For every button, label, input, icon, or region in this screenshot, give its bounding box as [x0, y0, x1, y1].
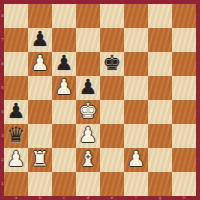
square-b5[interactable] — [28, 76, 52, 100]
square-f8[interactable] — [124, 4, 148, 28]
square-e4[interactable] — [100, 100, 124, 124]
square-d5[interactable]: ♟ — [76, 76, 100, 100]
square-h4[interactable] — [172, 100, 196, 124]
black-king: ♚ — [100, 52, 124, 76]
square-c3[interactable] — [52, 124, 76, 148]
square-g7[interactable] — [148, 28, 172, 52]
square-c5[interactable]: ♟ — [52, 76, 76, 100]
square-f5[interactable] — [124, 76, 148, 100]
square-d7[interactable] — [76, 28, 100, 52]
black-pawn: ♟ — [76, 76, 100, 100]
square-d4[interactable]: ♚ — [76, 100, 100, 124]
square-g3[interactable] — [148, 124, 172, 148]
square-e2[interactable] — [100, 148, 124, 172]
square-a8[interactable] — [4, 4, 28, 28]
square-b8[interactable] — [28, 4, 52, 28]
white-pawn: ♟ — [124, 148, 148, 172]
square-d3[interactable]: ♟ — [76, 124, 100, 148]
square-h3[interactable] — [172, 124, 196, 148]
square-d6[interactable] — [76, 52, 100, 76]
square-a3[interactable]: ♛ — [4, 124, 28, 148]
square-h2[interactable] — [172, 148, 196, 172]
square-h5[interactable] — [172, 76, 196, 100]
square-d1[interactable] — [76, 172, 100, 196]
square-h7[interactable] — [172, 28, 196, 52]
square-c1[interactable] — [52, 172, 76, 196]
square-f3[interactable] — [124, 124, 148, 148]
square-c6[interactable]: ♟ — [52, 52, 76, 76]
square-a7[interactable] — [4, 28, 28, 52]
square-f7[interactable] — [124, 28, 148, 52]
black-pawn: ♟ — [28, 28, 52, 52]
square-f4[interactable] — [124, 100, 148, 124]
square-b6[interactable]: ♟ — [28, 52, 52, 76]
square-c4[interactable] — [52, 100, 76, 124]
square-b7[interactable]: ♟ — [28, 28, 52, 52]
black-queen: ♛ — [4, 124, 28, 148]
white-rook: ♜ — [28, 148, 52, 172]
square-b1[interactable] — [28, 172, 52, 196]
square-g6[interactable] — [148, 52, 172, 76]
square-c7[interactable] — [52, 28, 76, 52]
square-f1[interactable] — [124, 172, 148, 196]
square-h1[interactable] — [172, 172, 196, 196]
square-b2[interactable]: ♜ — [28, 148, 52, 172]
square-a4[interactable]: ♟ — [4, 100, 28, 124]
square-e7[interactable] — [100, 28, 124, 52]
square-e5[interactable] — [100, 76, 124, 100]
square-a2[interactable]: ♟ — [4, 148, 28, 172]
white-pawn: ♟ — [4, 148, 28, 172]
white-king: ♚ — [76, 100, 100, 124]
square-c8[interactable] — [52, 4, 76, 28]
square-e1[interactable] — [100, 172, 124, 196]
square-e8[interactable] — [100, 4, 124, 28]
square-g4[interactable] — [148, 100, 172, 124]
square-h6[interactable] — [172, 52, 196, 76]
black-pawn: ♟ — [52, 52, 76, 76]
square-c2[interactable] — [52, 148, 76, 172]
white-pawn: ♟ — [28, 52, 52, 76]
square-a1[interactable] — [4, 172, 28, 196]
white-pawn: ♟ — [76, 124, 100, 148]
square-a6[interactable] — [4, 52, 28, 76]
square-e3[interactable] — [100, 124, 124, 148]
square-g5[interactable] — [148, 76, 172, 100]
black-pawn: ♟ — [4, 100, 28, 124]
chessboard-frame: ♟♟♟♚♟♟♟♚♛♟♟♜♝♟ 87654321abcdefgh — [0, 0, 200, 200]
square-d2[interactable]: ♝ — [76, 148, 100, 172]
square-b4[interactable] — [28, 100, 52, 124]
square-g8[interactable] — [148, 4, 172, 28]
square-d8[interactable] — [76, 4, 100, 28]
square-b3[interactable] — [28, 124, 52, 148]
square-e6[interactable]: ♚ — [100, 52, 124, 76]
square-h8[interactable] — [172, 4, 196, 28]
square-g2[interactable] — [148, 148, 172, 172]
square-a5[interactable] — [4, 76, 28, 100]
white-pawn: ♟ — [52, 76, 76, 100]
square-g1[interactable] — [148, 172, 172, 196]
square-f2[interactable]: ♟ — [124, 148, 148, 172]
square-f6[interactable] — [124, 52, 148, 76]
white-bishop: ♝ — [76, 148, 100, 172]
chess-board: ♟♟♟♚♟♟♟♚♛♟♟♜♝♟ — [0, 0, 200, 200]
